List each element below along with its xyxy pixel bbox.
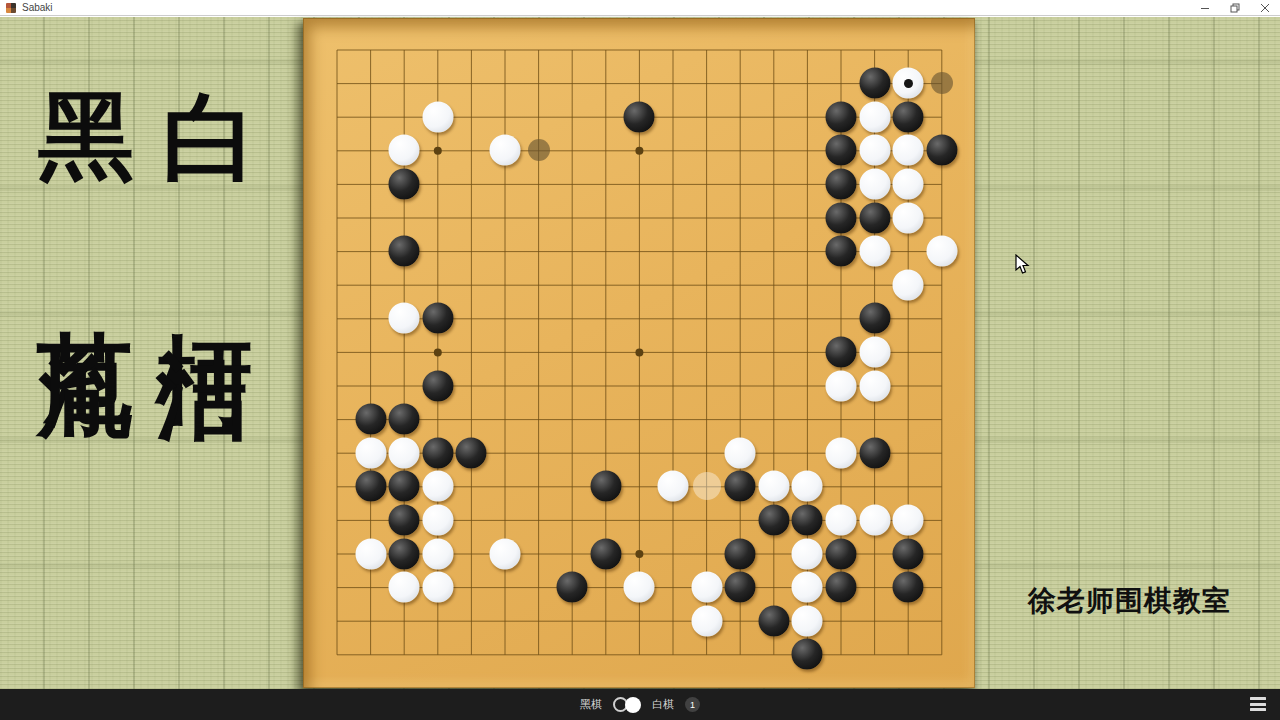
window-titlebar: Sabaki: [0, 0, 1280, 16]
white-stone: [826, 504, 857, 535]
bottom-toolbar: 黑棋 白棋 1: [0, 689, 1280, 720]
white-stone: [490, 135, 521, 166]
white-stone: [389, 437, 420, 468]
white-stone: [826, 370, 857, 401]
black-stone: [725, 538, 756, 569]
white-stone: [422, 471, 453, 502]
star-point: [635, 550, 643, 558]
black-stone: [859, 202, 890, 233]
black-stone: [422, 303, 453, 334]
black-stone: [859, 68, 890, 99]
last-move-marker: [904, 79, 913, 88]
white-stone: [859, 101, 890, 132]
white-stone: [691, 572, 722, 603]
white-stone: [758, 471, 789, 502]
white-stone: [792, 605, 823, 636]
ghost-stone: [528, 139, 550, 161]
black-stone: [355, 404, 386, 435]
black-stone: [590, 471, 621, 502]
black-stone: [826, 572, 857, 603]
white-turn-circle-icon: [625, 697, 641, 713]
black-stone: [758, 504, 789, 535]
white-player-name: 柯洁: [158, 255, 254, 283]
white-stone: [355, 538, 386, 569]
white-stone: [859, 135, 890, 166]
hamburger-menu-icon[interactable]: [1250, 697, 1266, 711]
white-stone: [826, 437, 857, 468]
tatami-background: 黑 白 范胤 柯洁 徐老师围棋教室: [0, 17, 1280, 689]
white-stone: [691, 605, 722, 636]
white-stone: [355, 437, 386, 468]
white-stone: [893, 269, 924, 300]
black-stone: [725, 471, 756, 502]
white-stone: [389, 303, 420, 334]
black-stone: [926, 135, 957, 166]
black-stone: [792, 504, 823, 535]
black-stone: [389, 471, 420, 502]
white-stone: [893, 135, 924, 166]
black-stone: [624, 101, 655, 132]
white-stone: [422, 504, 453, 535]
white-stone: [859, 370, 890, 401]
black-stone: [389, 168, 420, 199]
black-stone: [893, 572, 924, 603]
white-stone: [893, 504, 924, 535]
black-stone: [389, 236, 420, 267]
white-stone: [422, 101, 453, 132]
black-stone: [389, 504, 420, 535]
black-stone: [859, 437, 890, 468]
white-stone: [859, 336, 890, 367]
ghost-stone: [693, 472, 721, 500]
black-stone: [826, 135, 857, 166]
minimize-button[interactable]: [1190, 0, 1220, 16]
ghost-stone: [931, 72, 953, 94]
black-stone: [826, 202, 857, 233]
white-stone: [893, 168, 924, 199]
black-stone: [826, 101, 857, 132]
white-stone: [926, 236, 957, 267]
white-side-label: 白棋: [652, 697, 674, 712]
black-stone: [758, 605, 789, 636]
mouse-cursor-icon: [1015, 254, 1030, 279]
black-stone: [826, 168, 857, 199]
white-stone: [389, 135, 420, 166]
black-stone: [456, 437, 487, 468]
white-stone: [422, 538, 453, 569]
white-stone: [725, 437, 756, 468]
black-stone: [422, 370, 453, 401]
white-stone: [859, 236, 890, 267]
close-button[interactable]: [1250, 0, 1280, 16]
white-stone: [792, 572, 823, 603]
classroom-caption: 徐老师围棋教室: [1028, 582, 1231, 620]
white-stone: [658, 471, 689, 502]
black-stone: [355, 471, 386, 502]
black-stone: [557, 572, 588, 603]
star-point: [635, 147, 643, 155]
black-stone: [859, 303, 890, 334]
go-board[interactable]: [303, 18, 975, 688]
black-stone: [389, 538, 420, 569]
black-stone: [422, 437, 453, 468]
white-label: 白: [162, 90, 258, 186]
black-player-name: 范胤: [38, 252, 134, 280]
white-stone: [859, 504, 890, 535]
black-stone: [826, 336, 857, 367]
white-stone: [893, 202, 924, 233]
star-point: [635, 348, 643, 356]
black-label: 黑: [38, 88, 134, 184]
white-stone: [624, 572, 655, 603]
window-title: Sabaki: [22, 2, 53, 13]
black-stone: [389, 404, 420, 435]
black-stone: [792, 639, 823, 670]
white-stone: [893, 68, 924, 99]
sabaki-app-icon: [6, 3, 16, 13]
black-stone: [893, 538, 924, 569]
turn-indicator-toggle[interactable]: [613, 697, 641, 713]
black-stone: [826, 236, 857, 267]
white-stone: [389, 572, 420, 603]
white-stone: [490, 538, 521, 569]
black-stone: [590, 538, 621, 569]
star-point: [434, 147, 442, 155]
black-stone: [725, 572, 756, 603]
white-stone: [422, 572, 453, 603]
white-stone: [792, 538, 823, 569]
white-stone: [859, 168, 890, 199]
black-stone: [893, 101, 924, 132]
restore-button[interactable]: [1220, 0, 1250, 16]
star-point: [434, 348, 442, 356]
black-stone: [826, 538, 857, 569]
black-side-label: 黑棋: [580, 697, 602, 712]
white-stone: [792, 471, 823, 502]
white-capture-count-badge: 1: [685, 697, 700, 712]
